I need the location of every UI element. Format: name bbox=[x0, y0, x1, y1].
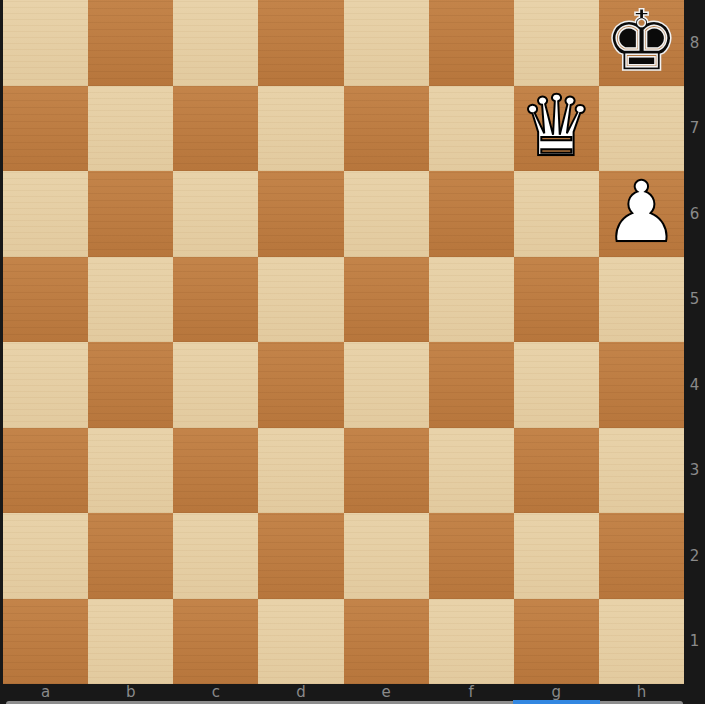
square-h6[interactable]: ♟ bbox=[599, 171, 684, 257]
square-h3[interactable] bbox=[599, 428, 684, 514]
square-h2[interactable] bbox=[599, 513, 684, 599]
square-f4[interactable] bbox=[429, 342, 514, 428]
square-e8[interactable] bbox=[344, 0, 429, 86]
square-a1[interactable] bbox=[3, 599, 88, 685]
rank-label-7: 7 bbox=[684, 86, 705, 172]
square-g3[interactable] bbox=[514, 428, 599, 514]
square-f7[interactable] bbox=[429, 86, 514, 172]
square-b5[interactable] bbox=[88, 257, 173, 343]
square-f5[interactable] bbox=[429, 257, 514, 343]
square-h4[interactable] bbox=[599, 342, 684, 428]
square-b2[interactable] bbox=[88, 513, 173, 599]
square-c1[interactable] bbox=[173, 599, 258, 685]
square-e7[interactable] bbox=[344, 86, 429, 172]
square-d1[interactable] bbox=[258, 599, 343, 685]
square-d3[interactable] bbox=[258, 428, 343, 514]
square-g7[interactable]: ♛ bbox=[514, 86, 599, 172]
file-label-c: c bbox=[173, 684, 258, 700]
square-f8[interactable] bbox=[429, 0, 514, 86]
square-a6[interactable] bbox=[3, 171, 88, 257]
piece-black-king[interactable]: ♚ bbox=[599, 0, 684, 86]
square-c6[interactable] bbox=[173, 171, 258, 257]
square-e2[interactable] bbox=[344, 513, 429, 599]
file-label-b: b bbox=[88, 684, 173, 700]
square-e3[interactable] bbox=[344, 428, 429, 514]
square-d6[interactable] bbox=[258, 171, 343, 257]
square-g4[interactable] bbox=[514, 342, 599, 428]
file-label-e: e bbox=[344, 684, 429, 700]
bottom-blue-scroll-indicator[interactable] bbox=[513, 700, 600, 704]
square-a8[interactable] bbox=[3, 0, 88, 86]
square-b3[interactable] bbox=[88, 428, 173, 514]
piece-white-queen[interactable]: ♛ bbox=[514, 86, 599, 172]
rank-label-4: 4 bbox=[684, 342, 705, 428]
square-e4[interactable] bbox=[344, 342, 429, 428]
square-d8[interactable] bbox=[258, 0, 343, 86]
rank-label-2: 2 bbox=[684, 513, 705, 599]
square-g6[interactable] bbox=[514, 171, 599, 257]
file-labels: abcdefgh bbox=[3, 684, 684, 700]
square-h5[interactable] bbox=[599, 257, 684, 343]
square-g2[interactable] bbox=[514, 513, 599, 599]
square-f1[interactable] bbox=[429, 599, 514, 685]
square-h8[interactable]: ♚ bbox=[599, 0, 684, 86]
square-f2[interactable] bbox=[429, 513, 514, 599]
square-b8[interactable] bbox=[88, 0, 173, 86]
file-label-f: f bbox=[429, 684, 514, 700]
square-a5[interactable] bbox=[3, 257, 88, 343]
square-d7[interactable] bbox=[258, 86, 343, 172]
file-label-a: a bbox=[3, 684, 88, 700]
square-f6[interactable] bbox=[429, 171, 514, 257]
square-c5[interactable] bbox=[173, 257, 258, 343]
file-label-h: h bbox=[599, 684, 684, 700]
square-f3[interactable] bbox=[429, 428, 514, 514]
app-background: ♚♛♟ 87654321 abcdefgh bbox=[0, 0, 705, 704]
rank-label-8: 8 bbox=[684, 0, 705, 86]
square-c4[interactable] bbox=[173, 342, 258, 428]
file-label-d: d bbox=[258, 684, 343, 700]
square-h7[interactable] bbox=[599, 86, 684, 172]
rank-label-1: 1 bbox=[684, 599, 705, 685]
square-a4[interactable] bbox=[3, 342, 88, 428]
square-b7[interactable] bbox=[88, 86, 173, 172]
square-b6[interactable] bbox=[88, 171, 173, 257]
square-b1[interactable] bbox=[88, 599, 173, 685]
square-g5[interactable] bbox=[514, 257, 599, 343]
square-c2[interactable] bbox=[173, 513, 258, 599]
square-a7[interactable] bbox=[3, 86, 88, 172]
square-c3[interactable] bbox=[173, 428, 258, 514]
piece-white-pawn[interactable]: ♟ bbox=[599, 171, 684, 257]
square-h1[interactable] bbox=[599, 599, 684, 685]
chess-board: ♚♛♟ bbox=[3, 0, 684, 684]
square-e5[interactable] bbox=[344, 257, 429, 343]
square-d4[interactable] bbox=[258, 342, 343, 428]
square-a3[interactable] bbox=[3, 428, 88, 514]
square-d5[interactable] bbox=[258, 257, 343, 343]
square-d2[interactable] bbox=[258, 513, 343, 599]
square-a2[interactable] bbox=[3, 513, 88, 599]
rank-labels: 87654321 bbox=[684, 0, 705, 684]
square-c8[interactable] bbox=[173, 0, 258, 86]
file-label-g: g bbox=[514, 684, 599, 700]
square-g8[interactable] bbox=[514, 0, 599, 86]
rank-label-6: 6 bbox=[684, 171, 705, 257]
rank-label-3: 3 bbox=[684, 428, 705, 514]
square-e6[interactable] bbox=[344, 171, 429, 257]
square-c7[interactable] bbox=[173, 86, 258, 172]
square-b4[interactable] bbox=[88, 342, 173, 428]
square-e1[interactable] bbox=[344, 599, 429, 685]
rank-label-5: 5 bbox=[684, 257, 705, 343]
square-g1[interactable] bbox=[514, 599, 599, 685]
